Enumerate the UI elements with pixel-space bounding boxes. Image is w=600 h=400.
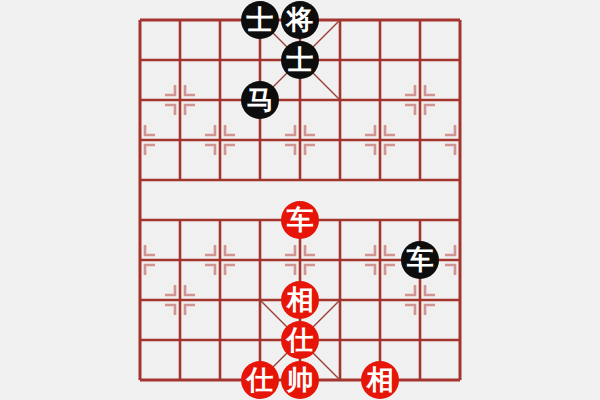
board-point-f3r9[interactable]	[200, 320, 240, 360]
piece-glyph: 相	[287, 286, 314, 313]
board-point-f4r8[interactable]	[240, 280, 280, 320]
board-point-f7r5[interactable]	[360, 160, 400, 200]
board-point-f3r1[interactable]	[200, 0, 240, 40]
board-point-f7r7[interactable]	[360, 240, 400, 280]
piece-glyph: 士	[247, 6, 274, 33]
piece-glyph: 马	[247, 86, 274, 113]
board-point-f5r1[interactable]: 将	[280, 0, 320, 40]
board-point-f1r10[interactable]	[120, 360, 160, 400]
board-point-f6r4[interactable]	[320, 120, 360, 160]
piece-glyph: 相	[367, 366, 394, 393]
board-point-f6r3[interactable]	[320, 80, 360, 120]
board-point-f6r1[interactable]	[320, 0, 360, 40]
piece-glyph: 车	[407, 246, 434, 273]
board-point-f7r9[interactable]	[360, 320, 400, 360]
board-point-f4r5[interactable]	[240, 160, 280, 200]
board-point-f9r6[interactable]	[440, 200, 480, 240]
piece-red-elephant-1[interactable]: 相	[281, 281, 319, 319]
board-point-f1r3[interactable]	[120, 80, 160, 120]
board-point-f4r7[interactable]	[240, 240, 280, 280]
piece-glyph: 将	[287, 6, 314, 33]
board-point-f5r5[interactable]	[280, 160, 320, 200]
board-point-f7r4[interactable]	[360, 120, 400, 160]
board-point-f4r3[interactable]: 马	[240, 80, 280, 120]
board-point-f7r10[interactable]: 相	[360, 360, 400, 400]
piece-black-horse[interactable]: 马	[241, 81, 279, 119]
board-point-f5r9[interactable]: 仕	[280, 320, 320, 360]
piece-glyph: 仕	[247, 366, 274, 393]
board-point-f2r5[interactable]	[160, 160, 200, 200]
board-point-f2r7[interactable]	[160, 240, 200, 280]
board-point-f2r9[interactable]	[160, 320, 200, 360]
board-point-f2r3[interactable]	[160, 80, 200, 120]
board-point-f3r6[interactable]	[200, 200, 240, 240]
board-point-f4r9[interactable]	[240, 320, 280, 360]
board-point-f3r7[interactable]	[200, 240, 240, 280]
board-point-f3r2[interactable]	[200, 40, 240, 80]
board-point-f1r1[interactable]	[120, 0, 160, 40]
board-point-f1r5[interactable]	[120, 160, 160, 200]
board-point-f5r3[interactable]	[280, 80, 320, 120]
board-point-f1r4[interactable]	[120, 120, 160, 160]
board: 士将士马车车相仕仕帅相	[120, 0, 480, 400]
board-point-f9r9[interactable]	[440, 320, 480, 360]
board-point-f8r8[interactable]	[400, 280, 440, 320]
piece-red-general[interactable]: 帅	[281, 361, 319, 399]
board-point-f4r6[interactable]	[240, 200, 280, 240]
board-point-f1r9[interactable]	[120, 320, 160, 360]
board-point-f1r8[interactable]	[120, 280, 160, 320]
piece-glyph: 士	[287, 46, 314, 73]
board-point-f9r4[interactable]	[440, 120, 480, 160]
board-point-f7r6[interactable]	[360, 200, 400, 240]
board-point-f6r6[interactable]	[320, 200, 360, 240]
piece-red-advisor-2[interactable]: 仕	[241, 361, 279, 399]
board-point-f1r7[interactable]	[120, 240, 160, 280]
board-point-f8r4[interactable]	[400, 120, 440, 160]
board-point-f2r2[interactable]	[160, 40, 200, 80]
board-point-f9r1[interactable]	[440, 0, 480, 40]
board-point-f7r2[interactable]	[360, 40, 400, 80]
board-point-f3r4[interactable]	[200, 120, 240, 160]
board-point-f2r6[interactable]	[160, 200, 200, 240]
piece-glyph: 帅	[287, 366, 314, 393]
board-point-f9r3[interactable]	[440, 80, 480, 120]
board-point-f8r2[interactable]	[400, 40, 440, 80]
board-point-f4r10[interactable]: 仕	[240, 360, 280, 400]
board-point-f1r2[interactable]	[120, 40, 160, 80]
board-point-f7r3[interactable]	[360, 80, 400, 120]
board-point-f6r7[interactable]	[320, 240, 360, 280]
piece-glyph: 车	[287, 206, 314, 233]
board-point-f5r4[interactable]	[280, 120, 320, 160]
board-point-f1r6[interactable]	[120, 200, 160, 240]
board-point-f5r7[interactable]	[280, 240, 320, 280]
board-point-f8r10[interactable]	[400, 360, 440, 400]
piece-black-chariot[interactable]: 车	[401, 241, 439, 279]
board-point-f7r8[interactable]	[360, 280, 400, 320]
board-point-f8r9[interactable]	[400, 320, 440, 360]
board-point-f4r1[interactable]: 士	[240, 0, 280, 40]
board-point-f6r8[interactable]	[320, 280, 360, 320]
board-point-f5r6[interactable]: 车	[280, 200, 320, 240]
piece-red-elephant-2[interactable]: 相	[361, 361, 399, 399]
board-point-f9r8[interactable]	[440, 280, 480, 320]
piece-black-general[interactable]: 将	[281, 1, 319, 39]
board-point-f6r10[interactable]	[320, 360, 360, 400]
board-point-f2r8[interactable]	[160, 280, 200, 320]
board-point-f3r5[interactable]	[200, 160, 240, 200]
board-point-f5r10[interactable]: 帅	[280, 360, 320, 400]
board-point-f8r1[interactable]	[400, 0, 440, 40]
board-point-f8r7[interactable]: 车	[400, 240, 440, 280]
board-point-f6r9[interactable]	[320, 320, 360, 360]
board-point-f2r10[interactable]	[160, 360, 200, 400]
board-point-f4r2[interactable]	[240, 40, 280, 80]
board-point-f8r3[interactable]	[400, 80, 440, 120]
board-point-f5r8[interactable]: 相	[280, 280, 320, 320]
board-point-f9r7[interactable]	[440, 240, 480, 280]
piece-black-advisor-2[interactable]: 士	[281, 41, 319, 79]
board-point-f3r10[interactable]	[200, 360, 240, 400]
board-point-f7r1[interactable]	[360, 0, 400, 40]
piece-glyph: 仕	[287, 326, 314, 353]
piece-black-advisor-1[interactable]: 士	[241, 1, 279, 39]
board-point-f6r2[interactable]	[320, 40, 360, 80]
board-point-f8r5[interactable]	[400, 160, 440, 200]
board-point-f4r4[interactable]	[240, 120, 280, 160]
piece-red-chariot[interactable]: 车	[281, 201, 319, 239]
board-point-f2r1[interactable]	[160, 0, 200, 40]
board-point-f3r3[interactable]	[200, 80, 240, 120]
board-point-f9r5[interactable]	[440, 160, 480, 200]
board-point-f9r2[interactable]	[440, 40, 480, 80]
board-point-f8r6[interactable]	[400, 200, 440, 240]
board-point-f5r2[interactable]: 士	[280, 40, 320, 80]
board-point-f3r8[interactable]	[200, 280, 240, 320]
piece-red-advisor-1[interactable]: 仕	[281, 321, 319, 359]
board-point-f2r4[interactable]	[160, 120, 200, 160]
xiangqi-board-screen: 士将士马车车相仕仕帅相	[0, 0, 600, 400]
board-point-f6r5[interactable]	[320, 160, 360, 200]
board-point-f9r10[interactable]	[440, 360, 480, 400]
